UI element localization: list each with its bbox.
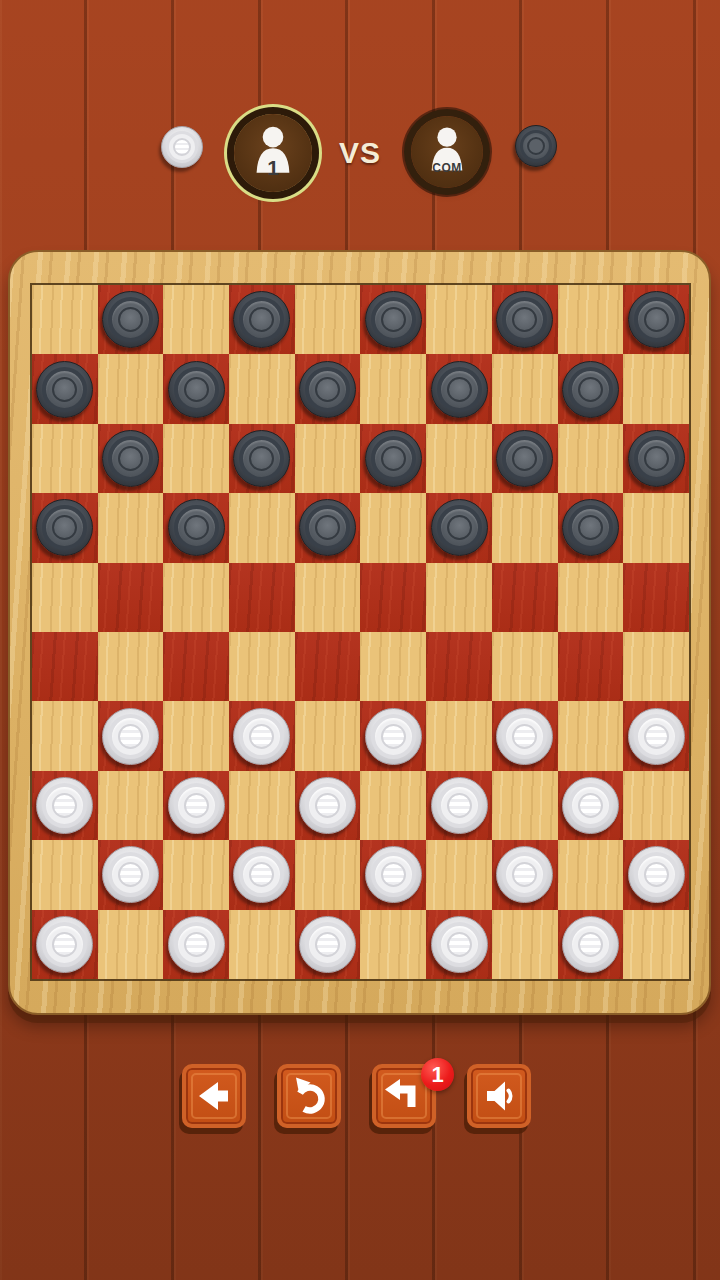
board-cell[interactable] [295, 701, 361, 770]
board-cell[interactable] [558, 701, 624, 770]
board-cell[interactable] [426, 285, 492, 354]
checker-piece-white[interactable] [102, 708, 159, 765]
board-cell[interactable] [295, 632, 361, 701]
board-cell[interactable] [229, 910, 295, 979]
board-cell[interactable] [32, 493, 98, 562]
checker-piece-black[interactable] [168, 499, 225, 556]
board-cell[interactable] [229, 354, 295, 423]
checker-piece-black[interactable] [233, 430, 290, 487]
board-cell[interactable] [229, 701, 295, 770]
board-cell[interactable] [360, 701, 426, 770]
checker-piece-black[interactable] [628, 291, 685, 348]
board-cell[interactable] [163, 563, 229, 632]
board-cell[interactable] [492, 424, 558, 493]
board-cell[interactable] [98, 701, 164, 770]
player1-avatar[interactable]: 1 [234, 114, 312, 192]
board-frame [8, 250, 711, 1015]
board-cell[interactable] [492, 285, 558, 354]
checker-piece-white[interactable] [299, 916, 356, 973]
checker-piece-white[interactable] [496, 846, 553, 903]
board-cell[interactable] [360, 424, 426, 493]
checker-piece-white[interactable] [365, 846, 422, 903]
checker-piece-black[interactable] [628, 430, 685, 487]
board-cell[interactable] [163, 771, 229, 840]
checker-piece-white[interactable] [102, 846, 159, 903]
board-cell[interactable] [360, 910, 426, 979]
checker-piece-white[interactable] [496, 708, 553, 765]
board-cell[interactable] [623, 910, 689, 979]
board-cell[interactable] [32, 563, 98, 632]
board-cell[interactable] [426, 424, 492, 493]
board-cell[interactable] [360, 840, 426, 909]
board-cell[interactable] [163, 493, 229, 562]
board-cell[interactable] [295, 771, 361, 840]
board-cell[interactable] [360, 563, 426, 632]
checker-piece-white[interactable] [168, 916, 225, 973]
undo-count-badge: 1 [421, 1058, 454, 1091]
board-cell[interactable] [492, 354, 558, 423]
board-cell[interactable] [492, 701, 558, 770]
board-cell[interactable] [492, 493, 558, 562]
checker-piece-black[interactable] [431, 499, 488, 556]
checker-piece-black[interactable] [562, 361, 619, 418]
checker-piece-white[interactable] [562, 916, 619, 973]
board-cell[interactable] [295, 840, 361, 909]
vs-label: VS [334, 136, 386, 170]
board-cell[interactable] [492, 840, 558, 909]
checker-piece-white[interactable] [628, 708, 685, 765]
back-arrow-icon [194, 1076, 234, 1116]
checker-piece-black[interactable] [299, 499, 356, 556]
board-cell[interactable] [558, 632, 624, 701]
board-cell[interactable] [426, 563, 492, 632]
board-cell[interactable] [295, 563, 361, 632]
board-cell[interactable] [229, 424, 295, 493]
board-cell[interactable] [98, 354, 164, 423]
player2-label: COM [411, 161, 483, 175]
checker-piece-white[interactable] [36, 916, 93, 973]
board-cell[interactable] [32, 701, 98, 770]
checker-piece-black[interactable] [299, 361, 356, 418]
board-cell[interactable] [426, 840, 492, 909]
board-cell[interactable] [558, 424, 624, 493]
board-cell[interactable] [32, 285, 98, 354]
board-cell[interactable] [163, 910, 229, 979]
checker-piece-black[interactable] [365, 291, 422, 348]
board-cell[interactable] [229, 285, 295, 354]
board-cell[interactable] [229, 563, 295, 632]
checker-piece-white[interactable] [36, 777, 93, 834]
board-cell[interactable] [623, 701, 689, 770]
board-cell[interactable] [360, 493, 426, 562]
board-cell[interactable] [426, 632, 492, 701]
board-cell[interactable] [32, 632, 98, 701]
board-cell[interactable] [229, 493, 295, 562]
checker-piece-white[interactable] [299, 777, 356, 834]
checker-piece-white[interactable] [431, 777, 488, 834]
board-cell[interactable] [558, 840, 624, 909]
restart-button[interactable] [277, 1064, 341, 1128]
board-cell[interactable] [623, 354, 689, 423]
board-cell[interactable] [558, 910, 624, 979]
checker-piece-white[interactable] [365, 708, 422, 765]
board-cell[interactable] [426, 493, 492, 562]
board-cell[interactable] [98, 424, 164, 493]
board-cell[interactable] [558, 493, 624, 562]
board-cell[interactable] [163, 701, 229, 770]
board-cell[interactable] [360, 354, 426, 423]
checker-piece-white[interactable] [562, 777, 619, 834]
board-cell[interactable] [98, 632, 164, 701]
checker-piece-black[interactable] [36, 361, 93, 418]
checker-piece-white[interactable] [431, 916, 488, 973]
player2-avatar[interactable]: COM [411, 116, 483, 188]
board-cell[interactable] [229, 840, 295, 909]
board-cell[interactable] [426, 354, 492, 423]
board-cell[interactable] [623, 285, 689, 354]
board-cell[interactable] [558, 563, 624, 632]
board-cell[interactable] [98, 493, 164, 562]
board-cell[interactable] [163, 424, 229, 493]
board-cell[interactable] [98, 840, 164, 909]
checker-piece-white[interactable] [628, 846, 685, 903]
board-cell[interactable] [623, 632, 689, 701]
board-cell[interactable] [295, 910, 361, 979]
board-cell[interactable] [295, 354, 361, 423]
board-cell[interactable] [623, 424, 689, 493]
checker-piece-black[interactable] [102, 291, 159, 348]
board-cell[interactable] [492, 632, 558, 701]
board-cell[interactable] [623, 840, 689, 909]
board-cell[interactable] [426, 910, 492, 979]
undo-icon [384, 1076, 424, 1116]
board-cell[interactable] [163, 632, 229, 701]
header: 1 VS COM [0, 0, 720, 230]
board-cell[interactable] [295, 424, 361, 493]
board-cell[interactable] [98, 910, 164, 979]
board-cell[interactable] [623, 493, 689, 562]
restart-icon [289, 1076, 329, 1116]
board-cell[interactable] [163, 285, 229, 354]
board-cell[interactable] [229, 632, 295, 701]
board-cell[interactable] [360, 771, 426, 840]
black-checker-icon [515, 125, 557, 167]
board-cell[interactable] [32, 910, 98, 979]
sound-button[interactable] [467, 1064, 531, 1128]
board-cell[interactable] [360, 285, 426, 354]
board-cell[interactable] [360, 632, 426, 701]
checker-piece-black[interactable] [36, 499, 93, 556]
board-cell[interactable] [32, 354, 98, 423]
player1-label: 1 [234, 156, 312, 180]
board-cell[interactable] [558, 771, 624, 840]
board-cell[interactable] [98, 771, 164, 840]
checker-piece-white[interactable] [168, 777, 225, 834]
board-cell[interactable] [426, 701, 492, 770]
checker-piece-black[interactable] [496, 291, 553, 348]
checker-piece-black[interactable] [168, 361, 225, 418]
checker-piece-white[interactable] [233, 708, 290, 765]
board-cell[interactable] [32, 424, 98, 493]
board-cell[interactable] [295, 285, 361, 354]
board-cell[interactable] [98, 285, 164, 354]
board-cell[interactable] [295, 493, 361, 562]
board-cell[interactable] [492, 771, 558, 840]
speaker-icon [479, 1076, 519, 1116]
board-grid [30, 283, 691, 981]
board-cell[interactable] [558, 354, 624, 423]
checker-piece-black[interactable] [562, 499, 619, 556]
board-cell[interactable] [163, 354, 229, 423]
board-cell[interactable] [229, 771, 295, 840]
board-cell[interactable] [492, 910, 558, 979]
board-cell[interactable] [426, 771, 492, 840]
board-cell[interactable] [32, 840, 98, 909]
checker-piece-black[interactable] [365, 430, 422, 487]
checker-piece-black[interactable] [496, 430, 553, 487]
checker-piece-black[interactable] [233, 291, 290, 348]
undo-button[interactable]: 1 [372, 1064, 436, 1128]
checker-piece-black[interactable] [431, 361, 488, 418]
board-cell[interactable] [163, 840, 229, 909]
board-cell[interactable] [492, 563, 558, 632]
board-cell[interactable] [32, 771, 98, 840]
board-cell[interactable] [623, 563, 689, 632]
back-button[interactable] [182, 1064, 246, 1128]
board-cell[interactable] [623, 771, 689, 840]
checker-piece-white[interactable] [233, 846, 290, 903]
board-cell[interactable] [558, 285, 624, 354]
board-cell[interactable] [98, 563, 164, 632]
white-checker-icon [161, 126, 203, 168]
checker-piece-black[interactable] [102, 430, 159, 487]
